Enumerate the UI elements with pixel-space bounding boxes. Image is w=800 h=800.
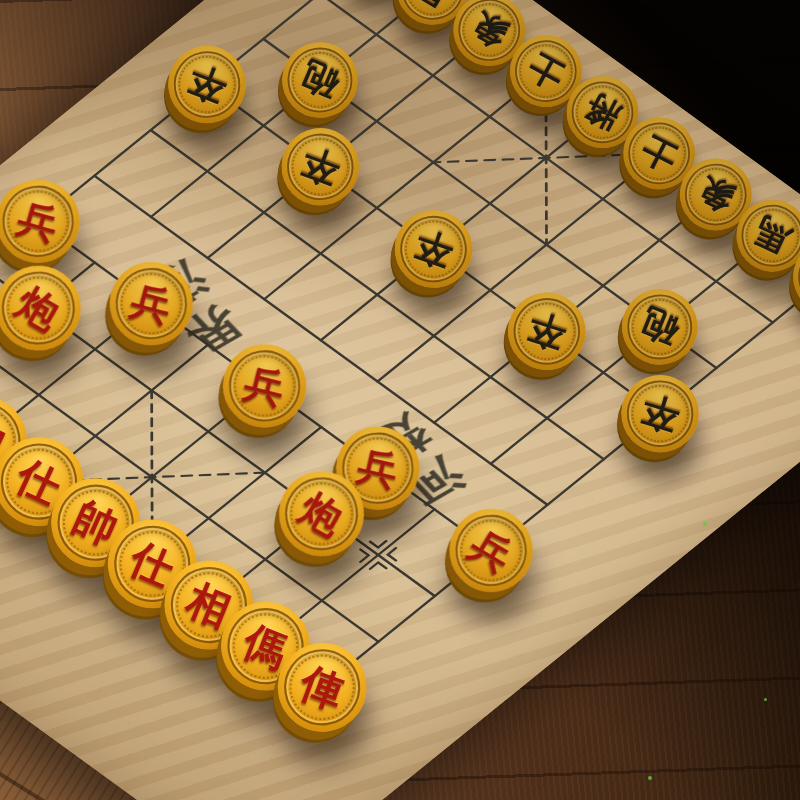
- piece-character: 兵: [127, 279, 175, 327]
- piece-character: 士: [523, 48, 570, 95]
- piece-character: 象: [693, 172, 739, 218]
- piece-character: 炮: [11, 280, 66, 335]
- piece-character: 兵: [241, 362, 289, 410]
- piece-character: 卒: [183, 61, 231, 109]
- photo-frame: 漢界楚河 車馬象士將士象馬車砲砲卒卒卒卒卒兵兵兵兵兵炮炮俥傌相仕帥仕相傌俥: [0, 0, 800, 800]
- piece-character: 俥: [295, 660, 349, 714]
- piece-character: 卒: [524, 308, 571, 355]
- piece-character: 卒: [637, 391, 683, 437]
- piece-character: 馬: [409, 0, 456, 12]
- piece-character: 砲: [636, 303, 683, 350]
- piece-character: 兵: [354, 444, 401, 491]
- piece-character: 將: [579, 89, 625, 135]
- piece-character: 兵: [14, 197, 63, 246]
- piece-character: 兵: [464, 523, 518, 577]
- green-glint: [703, 522, 707, 526]
- piece-character: 士: [636, 130, 682, 176]
- piece-character: 象: [466, 7, 513, 54]
- piece-character: 砲: [296, 56, 343, 103]
- green-glint: [648, 776, 652, 780]
- piece-character: 卒: [410, 226, 457, 273]
- piece-character: 馬: [750, 213, 796, 259]
- piece-character: 炮: [294, 486, 349, 541]
- piece-character: 卒: [297, 143, 344, 190]
- green-glint: [764, 698, 767, 701]
